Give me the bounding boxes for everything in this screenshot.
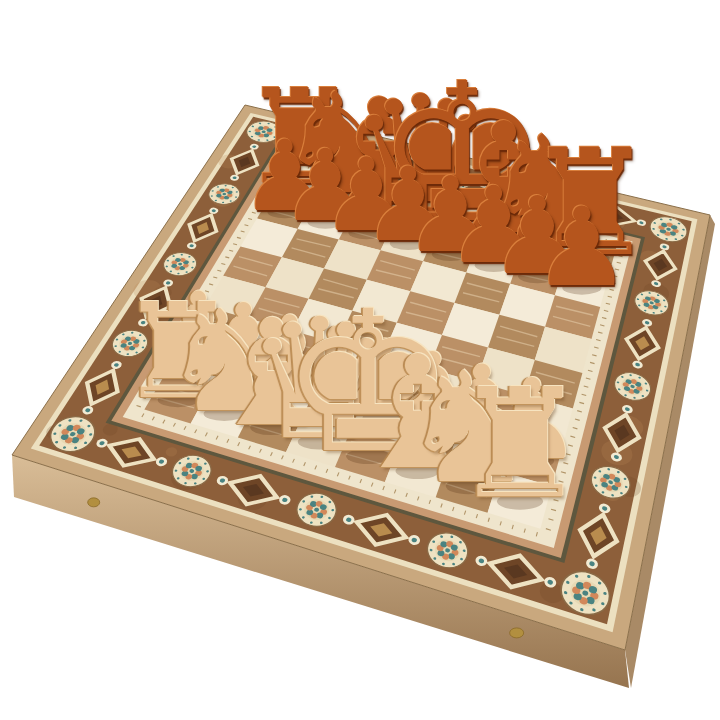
piece-shadow <box>267 206 302 219</box>
piece-shadow <box>362 410 404 425</box>
piece-shadow <box>460 438 504 454</box>
piece-shadow <box>269 383 310 398</box>
chess-set-photo: ♜♞♝♛♚♝♞♜♟♟♟♟♟♟♟♟♟♟♟♟♟♟♟♟♜♞♝♛♚♝♞♜ <box>0 0 720 720</box>
piece-shadow <box>432 248 469 261</box>
piece-shadow <box>308 216 344 229</box>
piece-shadow <box>562 281 601 295</box>
brass-clasp <box>510 628 524 638</box>
piece-shadow <box>250 420 292 435</box>
piece-shadow <box>346 449 390 465</box>
piece-shadow <box>509 453 554 469</box>
dentil-mark <box>567 230 568 233</box>
dentil-mark <box>576 232 577 235</box>
piece-shadow <box>390 237 427 250</box>
piece-shadow <box>158 393 199 407</box>
chess-board <box>0 0 720 720</box>
piece-shadow <box>486 230 523 243</box>
piece-shadow <box>528 241 566 254</box>
brass-clasp <box>88 498 100 507</box>
piece-shadow <box>283 180 317 192</box>
piece-shadow <box>497 493 543 509</box>
dentil-mark <box>615 242 616 245</box>
piece-shadow <box>444 220 480 233</box>
dentil-mark <box>586 234 587 237</box>
piece-shadow <box>571 251 609 265</box>
piece-shadow <box>204 406 245 421</box>
piece-shadow <box>315 397 357 412</box>
piece-shadow <box>446 478 491 494</box>
piece-shadow <box>348 226 384 239</box>
piece-shadow <box>223 370 263 384</box>
piece-shadow <box>411 424 454 439</box>
piece-shadow <box>362 199 397 212</box>
piece-shadow <box>322 189 357 201</box>
dentil-mark <box>606 239 607 242</box>
piece-shadow <box>396 463 440 479</box>
piece-shadow <box>518 269 557 283</box>
piece-shadow <box>403 209 439 222</box>
piece-shadow <box>298 434 341 449</box>
dentil-mark <box>596 237 597 240</box>
piece-shadow <box>475 258 513 272</box>
piece-shadow <box>178 357 217 371</box>
